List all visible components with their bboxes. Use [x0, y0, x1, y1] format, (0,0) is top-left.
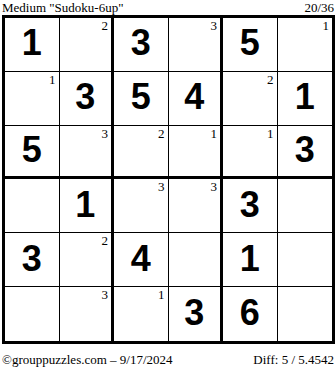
- cell-r6c5[interactable]: 6: [223, 287, 278, 341]
- credit-text: ©grouppuzzles.com – 9/17/2024: [2, 353, 173, 366]
- header: Medium "Sudoku-6up" 20/36: [0, 0, 336, 14]
- sudoku-board: 123351135421532113133332413136: [2, 15, 335, 344]
- corner-mark: 1: [267, 126, 274, 141]
- cell-r2c1[interactable]: 1: [5, 72, 60, 126]
- corner-mark: 3: [211, 18, 218, 33]
- given-digit: 5: [240, 25, 260, 61]
- cell-r3c2[interactable]: 3: [60, 126, 115, 180]
- cell-r4c3[interactable]: 3: [114, 179, 169, 233]
- cell-r2c6[interactable]: 1: [278, 72, 333, 126]
- given-digit: 5: [131, 79, 151, 115]
- cell-r4c5[interactable]: 3: [223, 179, 278, 233]
- cell-r6c1[interactable]: [5, 287, 60, 341]
- cell-r1c6[interactable]: 1: [278, 18, 333, 72]
- cell-r3c5[interactable]: 1: [223, 126, 278, 180]
- corner-mark: 2: [267, 72, 274, 87]
- given-digit: 3: [22, 241, 42, 277]
- corner-mark: 1: [49, 72, 56, 87]
- cell-r4c6[interactable]: [278, 179, 333, 233]
- cell-r4c1[interactable]: [5, 179, 60, 233]
- puzzle-counter: 20/36: [304, 1, 334, 14]
- cell-r1c1[interactable]: 1: [5, 18, 60, 72]
- cell-r5c4[interactable]: [169, 233, 224, 287]
- given-digit: 1: [295, 79, 315, 115]
- given-digit: 6: [240, 295, 260, 331]
- cell-r6c4[interactable]: 3: [169, 287, 224, 341]
- cell-r3c1[interactable]: 5: [5, 126, 60, 180]
- given-digit: 4: [184, 79, 204, 115]
- cell-r1c3[interactable]: 3: [114, 18, 169, 72]
- given-digit: 1: [75, 187, 95, 223]
- corner-mark: 2: [158, 126, 165, 141]
- footer: ©grouppuzzles.com – 9/17/2024 Diff: 5 / …: [0, 353, 336, 366]
- corner-mark: 2: [102, 233, 109, 248]
- cell-r4c2[interactable]: 1: [60, 179, 115, 233]
- cell-r5c3[interactable]: 4: [114, 233, 169, 287]
- corner-mark: 3: [102, 287, 109, 302]
- cell-r5c2[interactable]: 2: [60, 233, 115, 287]
- given-digit: 4: [131, 241, 151, 277]
- cell-r2c3[interactable]: 5: [114, 72, 169, 126]
- given-digit: 3: [75, 79, 95, 115]
- cell-r3c3[interactable]: 2: [114, 126, 169, 180]
- corner-mark: 3: [211, 179, 218, 194]
- corner-mark: 1: [211, 126, 218, 141]
- given-digit: 3: [240, 187, 260, 223]
- cell-r2c5[interactable]: 2: [223, 72, 278, 126]
- corner-mark: 1: [158, 287, 165, 302]
- given-digit: 5: [22, 132, 42, 168]
- given-digit: 3: [295, 132, 315, 168]
- cell-r2c4[interactable]: 4: [169, 72, 224, 126]
- cell-r4c4[interactable]: 3: [169, 179, 224, 233]
- given-digit: 1: [240, 241, 260, 277]
- puzzle-page: Medium "Sudoku-6up" 20/36 12335113542153…: [0, 0, 336, 370]
- cell-r6c3[interactable]: 1: [114, 287, 169, 341]
- page-title: Medium "Sudoku-6up": [2, 1, 123, 14]
- cell-r6c2[interactable]: 3: [60, 287, 115, 341]
- cell-r1c5[interactable]: 5: [223, 18, 278, 72]
- corner-mark: 1: [323, 18, 330, 33]
- cell-r3c6[interactable]: 3: [278, 126, 333, 180]
- cell-r3c4[interactable]: 1: [169, 126, 224, 180]
- cell-r5c6[interactable]: [278, 233, 333, 287]
- corner-mark: 3: [102, 126, 109, 141]
- given-digit: 3: [184, 295, 204, 331]
- difficulty-text: Diff: 5 / 5.4542: [253, 353, 334, 366]
- cell-r5c5[interactable]: 1: [223, 233, 278, 287]
- corner-mark: 2: [102, 18, 109, 33]
- cell-r2c2[interactable]: 3: [60, 72, 115, 126]
- cell-r1c2[interactable]: 2: [60, 18, 115, 72]
- cell-r5c1[interactable]: 3: [5, 233, 60, 287]
- given-digit: 1: [22, 25, 42, 61]
- given-digit: 3: [131, 25, 151, 61]
- corner-mark: 3: [158, 179, 165, 194]
- cell-r6c6[interactable]: [278, 287, 333, 341]
- cell-r1c4[interactable]: 3: [169, 18, 224, 72]
